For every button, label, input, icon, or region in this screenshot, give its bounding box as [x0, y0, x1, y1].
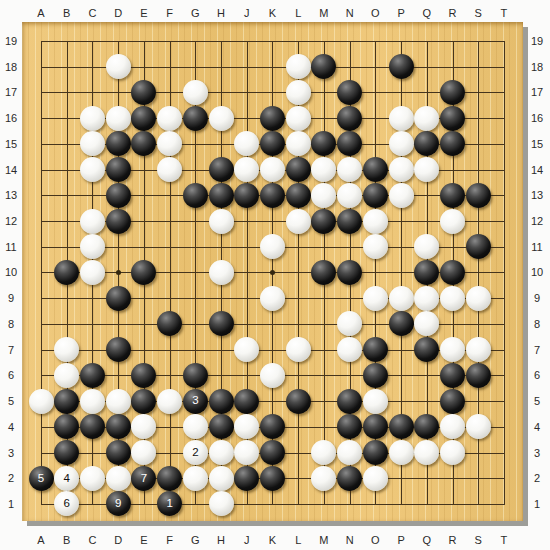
intersection-O14[interactable]: [363, 157, 389, 183]
intersection-O16[interactable]: [363, 105, 389, 131]
intersection-O1[interactable]: [363, 491, 389, 517]
intersection-E9[interactable]: [131, 285, 157, 311]
intersection-C2[interactable]: [80, 465, 106, 491]
intersection-S11[interactable]: [465, 234, 491, 260]
intersection-C7[interactable]: [80, 337, 106, 363]
intersection-S15[interactable]: [465, 131, 491, 157]
intersection-M13[interactable]: [311, 183, 337, 209]
intersection-D9[interactable]: [105, 285, 131, 311]
intersection-F10[interactable]: [157, 260, 183, 286]
intersection-H18[interactable]: [208, 54, 234, 80]
intersection-J4[interactable]: [234, 414, 260, 440]
intersection-F14[interactable]: [157, 157, 183, 183]
intersection-H15[interactable]: [208, 131, 234, 157]
intersection-K10[interactable]: [260, 260, 286, 286]
intersection-R7[interactable]: [440, 337, 466, 363]
intersection-N8[interactable]: [337, 311, 363, 337]
intersection-C19[interactable]: [80, 28, 106, 54]
intersection-J5[interactable]: [234, 388, 260, 414]
intersection-C10[interactable]: [80, 260, 106, 286]
intersection-C16[interactable]: [80, 105, 106, 131]
intersection-N9[interactable]: [337, 285, 363, 311]
intersection-Q4[interactable]: [414, 414, 440, 440]
intersection-T14[interactable]: [491, 157, 517, 183]
intersection-O9[interactable]: [363, 285, 389, 311]
intersection-H3[interactable]: [208, 440, 234, 466]
intersection-G1[interactable]: [183, 491, 209, 517]
intersection-G2[interactable]: [183, 465, 209, 491]
intersection-K18[interactable]: [260, 54, 286, 80]
intersection-G10[interactable]: [183, 260, 209, 286]
intersection-N15[interactable]: [337, 131, 363, 157]
intersection-T4[interactable]: [491, 414, 517, 440]
intersection-P19[interactable]: [388, 28, 414, 54]
intersection-D1[interactable]: 9: [105, 491, 131, 517]
intersection-N5[interactable]: [337, 388, 363, 414]
intersection-B5[interactable]: [54, 388, 80, 414]
intersection-S6[interactable]: [465, 363, 491, 389]
intersection-L10[interactable]: [285, 260, 311, 286]
intersection-G5[interactable]: 3: [183, 388, 209, 414]
intersection-R3[interactable]: [440, 440, 466, 466]
intersection-J18[interactable]: [234, 54, 260, 80]
intersection-L4[interactable]: [285, 414, 311, 440]
intersection-H9[interactable]: [208, 285, 234, 311]
intersection-E18[interactable]: [131, 54, 157, 80]
intersection-B12[interactable]: [54, 208, 80, 234]
intersection-P4[interactable]: [388, 414, 414, 440]
intersection-H17[interactable]: [208, 80, 234, 106]
intersection-O6[interactable]: [363, 363, 389, 389]
intersection-L3[interactable]: [285, 440, 311, 466]
intersection-O15[interactable]: [363, 131, 389, 157]
intersection-P8[interactable]: [388, 311, 414, 337]
intersection-K14[interactable]: [260, 157, 286, 183]
intersection-K5[interactable]: [260, 388, 286, 414]
intersection-A3[interactable]: [28, 440, 54, 466]
intersection-T6[interactable]: [491, 363, 517, 389]
intersection-S12[interactable]: [465, 208, 491, 234]
intersection-M11[interactable]: [311, 234, 337, 260]
intersection-L18[interactable]: [285, 54, 311, 80]
intersection-J2[interactable]: [234, 465, 260, 491]
intersection-C3[interactable]: [80, 440, 106, 466]
intersection-E5[interactable]: [131, 388, 157, 414]
intersection-T2[interactable]: [491, 465, 517, 491]
intersection-D3[interactable]: [105, 440, 131, 466]
intersection-K9[interactable]: [260, 285, 286, 311]
intersection-N3[interactable]: [337, 440, 363, 466]
intersection-G9[interactable]: [183, 285, 209, 311]
intersection-J6[interactable]: [234, 363, 260, 389]
intersection-C8[interactable]: [80, 311, 106, 337]
intersection-P1[interactable]: [388, 491, 414, 517]
intersection-F5[interactable]: [157, 388, 183, 414]
intersection-E12[interactable]: [131, 208, 157, 234]
intersection-P14[interactable]: [388, 157, 414, 183]
intersection-S18[interactable]: [465, 54, 491, 80]
intersection-D2[interactable]: [105, 465, 131, 491]
intersection-C1[interactable]: [80, 491, 106, 517]
intersection-H1[interactable]: [208, 491, 234, 517]
intersection-T15[interactable]: [491, 131, 517, 157]
intersection-P16[interactable]: [388, 105, 414, 131]
intersection-K19[interactable]: [260, 28, 286, 54]
intersection-C13[interactable]: [80, 183, 106, 209]
intersection-P13[interactable]: [388, 183, 414, 209]
intersection-A16[interactable]: [28, 105, 54, 131]
intersection-C15[interactable]: [80, 131, 106, 157]
intersection-H13[interactable]: [208, 183, 234, 209]
intersection-K1[interactable]: [260, 491, 286, 517]
intersection-N11[interactable]: [337, 234, 363, 260]
intersection-B17[interactable]: [54, 80, 80, 106]
intersection-K8[interactable]: [260, 311, 286, 337]
intersection-T7[interactable]: [491, 337, 517, 363]
intersection-T10[interactable]: [491, 260, 517, 286]
intersection-K13[interactable]: [260, 183, 286, 209]
intersection-E3[interactable]: [131, 440, 157, 466]
intersection-S8[interactable]: [465, 311, 491, 337]
intersection-S1[interactable]: [465, 491, 491, 517]
intersection-O2[interactable]: [363, 465, 389, 491]
intersection-B14[interactable]: [54, 157, 80, 183]
intersection-T17[interactable]: [491, 80, 517, 106]
intersection-S2[interactable]: [465, 465, 491, 491]
intersection-J13[interactable]: [234, 183, 260, 209]
intersection-H11[interactable]: [208, 234, 234, 260]
intersection-Q19[interactable]: [414, 28, 440, 54]
intersection-A10[interactable]: [28, 260, 54, 286]
intersection-T3[interactable]: [491, 440, 517, 466]
intersection-J1[interactable]: [234, 491, 260, 517]
intersection-S3[interactable]: [465, 440, 491, 466]
intersection-A7[interactable]: [28, 337, 54, 363]
intersection-M2[interactable]: [311, 465, 337, 491]
intersection-K2[interactable]: [260, 465, 286, 491]
intersection-H14[interactable]: [208, 157, 234, 183]
intersection-R9[interactable]: [440, 285, 466, 311]
intersection-K17[interactable]: [260, 80, 286, 106]
intersection-L19[interactable]: [285, 28, 311, 54]
intersection-C6[interactable]: [80, 363, 106, 389]
intersection-O11[interactable]: [363, 234, 389, 260]
intersection-G7[interactable]: [183, 337, 209, 363]
intersection-O17[interactable]: [363, 80, 389, 106]
intersection-A11[interactable]: [28, 234, 54, 260]
intersection-R13[interactable]: [440, 183, 466, 209]
intersection-A2[interactable]: 5: [28, 465, 54, 491]
intersection-A18[interactable]: [28, 54, 54, 80]
intersection-R5[interactable]: [440, 388, 466, 414]
intersection-F6[interactable]: [157, 363, 183, 389]
intersection-F12[interactable]: [157, 208, 183, 234]
intersection-J8[interactable]: [234, 311, 260, 337]
intersection-H8[interactable]: [208, 311, 234, 337]
intersection-N14[interactable]: [337, 157, 363, 183]
intersection-P3[interactable]: [388, 440, 414, 466]
intersection-F16[interactable]: [157, 105, 183, 131]
intersection-A8[interactable]: [28, 311, 54, 337]
intersection-E17[interactable]: [131, 80, 157, 106]
intersection-D17[interactable]: [105, 80, 131, 106]
intersection-E13[interactable]: [131, 183, 157, 209]
intersection-T5[interactable]: [491, 388, 517, 414]
intersection-G16[interactable]: [183, 105, 209, 131]
intersection-D5[interactable]: [105, 388, 131, 414]
intersection-O5[interactable]: [363, 388, 389, 414]
intersection-L12[interactable]: [285, 208, 311, 234]
intersection-K15[interactable]: [260, 131, 286, 157]
intersection-N17[interactable]: [337, 80, 363, 106]
intersection-Q7[interactable]: [414, 337, 440, 363]
intersection-R12[interactable]: [440, 208, 466, 234]
intersection-L9[interactable]: [285, 285, 311, 311]
intersection-D8[interactable]: [105, 311, 131, 337]
intersection-C17[interactable]: [80, 80, 106, 106]
intersection-O10[interactable]: [363, 260, 389, 286]
intersection-K3[interactable]: [260, 440, 286, 466]
intersection-O3[interactable]: [363, 440, 389, 466]
intersection-P9[interactable]: [388, 285, 414, 311]
intersection-S5[interactable]: [465, 388, 491, 414]
intersection-H19[interactable]: [208, 28, 234, 54]
intersection-M6[interactable]: [311, 363, 337, 389]
intersection-J11[interactable]: [234, 234, 260, 260]
intersection-F11[interactable]: [157, 234, 183, 260]
intersection-D13[interactable]: [105, 183, 131, 209]
intersection-B7[interactable]: [54, 337, 80, 363]
intersection-J19[interactable]: [234, 28, 260, 54]
intersection-A5[interactable]: [28, 388, 54, 414]
intersection-H16[interactable]: [208, 105, 234, 131]
intersection-P17[interactable]: [388, 80, 414, 106]
intersection-J17[interactable]: [234, 80, 260, 106]
intersection-D11[interactable]: [105, 234, 131, 260]
intersection-B13[interactable]: [54, 183, 80, 209]
intersection-T9[interactable]: [491, 285, 517, 311]
intersection-B3[interactable]: [54, 440, 80, 466]
intersection-K11[interactable]: [260, 234, 286, 260]
intersection-Q15[interactable]: [414, 131, 440, 157]
intersection-D14[interactable]: [105, 157, 131, 183]
intersection-C5[interactable]: [80, 388, 106, 414]
intersection-S14[interactable]: [465, 157, 491, 183]
intersection-G18[interactable]: [183, 54, 209, 80]
intersection-L15[interactable]: [285, 131, 311, 157]
intersection-B8[interactable]: [54, 311, 80, 337]
intersection-R10[interactable]: [440, 260, 466, 286]
intersection-T8[interactable]: [491, 311, 517, 337]
intersection-K4[interactable]: [260, 414, 286, 440]
intersection-Q13[interactable]: [414, 183, 440, 209]
intersection-M17[interactable]: [311, 80, 337, 106]
intersection-C18[interactable]: [80, 54, 106, 80]
intersection-O12[interactable]: [363, 208, 389, 234]
intersection-J3[interactable]: [234, 440, 260, 466]
intersection-N4[interactable]: [337, 414, 363, 440]
intersection-M9[interactable]: [311, 285, 337, 311]
intersection-D18[interactable]: [105, 54, 131, 80]
intersection-P15[interactable]: [388, 131, 414, 157]
intersection-S13[interactable]: [465, 183, 491, 209]
intersection-B6[interactable]: [54, 363, 80, 389]
intersection-D4[interactable]: [105, 414, 131, 440]
intersection-J15[interactable]: [234, 131, 260, 157]
intersection-F9[interactable]: [157, 285, 183, 311]
intersection-K6[interactable]: [260, 363, 286, 389]
intersection-M18[interactable]: [311, 54, 337, 80]
intersection-S4[interactable]: [465, 414, 491, 440]
intersection-Q5[interactable]: [414, 388, 440, 414]
intersection-L17[interactable]: [285, 80, 311, 106]
intersection-M16[interactable]: [311, 105, 337, 131]
intersection-M8[interactable]: [311, 311, 337, 337]
intersection-O13[interactable]: [363, 183, 389, 209]
intersection-N13[interactable]: [337, 183, 363, 209]
intersection-C14[interactable]: [80, 157, 106, 183]
intersection-N7[interactable]: [337, 337, 363, 363]
intersection-O7[interactable]: [363, 337, 389, 363]
intersection-H10[interactable]: [208, 260, 234, 286]
intersection-G4[interactable]: [183, 414, 209, 440]
intersection-D12[interactable]: [105, 208, 131, 234]
intersection-O19[interactable]: [363, 28, 389, 54]
intersection-G3[interactable]: 2: [183, 440, 209, 466]
intersection-Q17[interactable]: [414, 80, 440, 106]
intersection-J10[interactable]: [234, 260, 260, 286]
intersection-F7[interactable]: [157, 337, 183, 363]
intersection-M19[interactable]: [311, 28, 337, 54]
intersection-F18[interactable]: [157, 54, 183, 80]
intersection-R19[interactable]: [440, 28, 466, 54]
intersection-A14[interactable]: [28, 157, 54, 183]
intersection-Q8[interactable]: [414, 311, 440, 337]
intersection-E1[interactable]: [131, 491, 157, 517]
intersection-B11[interactable]: [54, 234, 80, 260]
intersection-C4[interactable]: [80, 414, 106, 440]
intersection-C12[interactable]: [80, 208, 106, 234]
intersection-L16[interactable]: [285, 105, 311, 131]
intersection-G12[interactable]: [183, 208, 209, 234]
intersection-A19[interactable]: [28, 28, 54, 54]
intersection-H7[interactable]: [208, 337, 234, 363]
intersection-T1[interactable]: [491, 491, 517, 517]
intersection-F1[interactable]: 1: [157, 491, 183, 517]
intersection-F17[interactable]: [157, 80, 183, 106]
intersection-P18[interactable]: [388, 54, 414, 80]
intersection-K12[interactable]: [260, 208, 286, 234]
intersection-P6[interactable]: [388, 363, 414, 389]
intersection-B1[interactable]: 6: [54, 491, 80, 517]
intersection-P2[interactable]: [388, 465, 414, 491]
intersection-R11[interactable]: [440, 234, 466, 260]
intersection-T19[interactable]: [491, 28, 517, 54]
intersection-P12[interactable]: [388, 208, 414, 234]
intersection-Q16[interactable]: [414, 105, 440, 131]
intersection-G17[interactable]: [183, 80, 209, 106]
intersection-J12[interactable]: [234, 208, 260, 234]
intersection-P5[interactable]: [388, 388, 414, 414]
intersection-A6[interactable]: [28, 363, 54, 389]
intersection-R8[interactable]: [440, 311, 466, 337]
intersection-S7[interactable]: [465, 337, 491, 363]
intersection-F19[interactable]: [157, 28, 183, 54]
intersection-H2[interactable]: [208, 465, 234, 491]
intersection-Q11[interactable]: [414, 234, 440, 260]
intersection-G15[interactable]: [183, 131, 209, 157]
intersection-R2[interactable]: [440, 465, 466, 491]
intersection-E16[interactable]: [131, 105, 157, 131]
intersection-M10[interactable]: [311, 260, 337, 286]
intersection-F4[interactable]: [157, 414, 183, 440]
intersection-P7[interactable]: [388, 337, 414, 363]
intersection-R1[interactable]: [440, 491, 466, 517]
intersection-R17[interactable]: [440, 80, 466, 106]
intersection-L14[interactable]: [285, 157, 311, 183]
intersection-G14[interactable]: [183, 157, 209, 183]
intersection-B15[interactable]: [54, 131, 80, 157]
intersection-S9[interactable]: [465, 285, 491, 311]
intersection-A4[interactable]: [28, 414, 54, 440]
intersection-E8[interactable]: [131, 311, 157, 337]
intersection-O8[interactable]: [363, 311, 389, 337]
intersection-L5[interactable]: [285, 388, 311, 414]
intersection-R18[interactable]: [440, 54, 466, 80]
intersection-D15[interactable]: [105, 131, 131, 157]
intersection-N1[interactable]: [337, 491, 363, 517]
intersection-B10[interactable]: [54, 260, 80, 286]
intersection-D7[interactable]: [105, 337, 131, 363]
intersection-T18[interactable]: [491, 54, 517, 80]
intersection-A13[interactable]: [28, 183, 54, 209]
intersection-P11[interactable]: [388, 234, 414, 260]
intersection-O4[interactable]: [363, 414, 389, 440]
intersection-N2[interactable]: [337, 465, 363, 491]
intersection-Q14[interactable]: [414, 157, 440, 183]
intersection-K7[interactable]: [260, 337, 286, 363]
intersection-D16[interactable]: [105, 105, 131, 131]
intersection-H5[interactable]: [208, 388, 234, 414]
intersection-S17[interactable]: [465, 80, 491, 106]
intersection-E10[interactable]: [131, 260, 157, 286]
intersection-M14[interactable]: [311, 157, 337, 183]
intersection-F3[interactable]: [157, 440, 183, 466]
intersection-N16[interactable]: [337, 105, 363, 131]
intersection-J7[interactable]: [234, 337, 260, 363]
intersection-E19[interactable]: [131, 28, 157, 54]
intersection-R15[interactable]: [440, 131, 466, 157]
intersection-S10[interactable]: [465, 260, 491, 286]
intersection-G11[interactable]: [183, 234, 209, 260]
intersection-A1[interactable]: [28, 491, 54, 517]
intersection-E15[interactable]: [131, 131, 157, 157]
intersection-L8[interactable]: [285, 311, 311, 337]
intersection-M12[interactable]: [311, 208, 337, 234]
intersection-R6[interactable]: [440, 363, 466, 389]
intersection-G19[interactable]: [183, 28, 209, 54]
intersection-L11[interactable]: [285, 234, 311, 260]
intersection-H6[interactable]: [208, 363, 234, 389]
intersection-E4[interactable]: [131, 414, 157, 440]
intersection-A12[interactable]: [28, 208, 54, 234]
intersection-F15[interactable]: [157, 131, 183, 157]
intersection-A9[interactable]: [28, 285, 54, 311]
intersection-F13[interactable]: [157, 183, 183, 209]
intersection-R4[interactable]: [440, 414, 466, 440]
intersection-L6[interactable]: [285, 363, 311, 389]
intersection-C11[interactable]: [80, 234, 106, 260]
